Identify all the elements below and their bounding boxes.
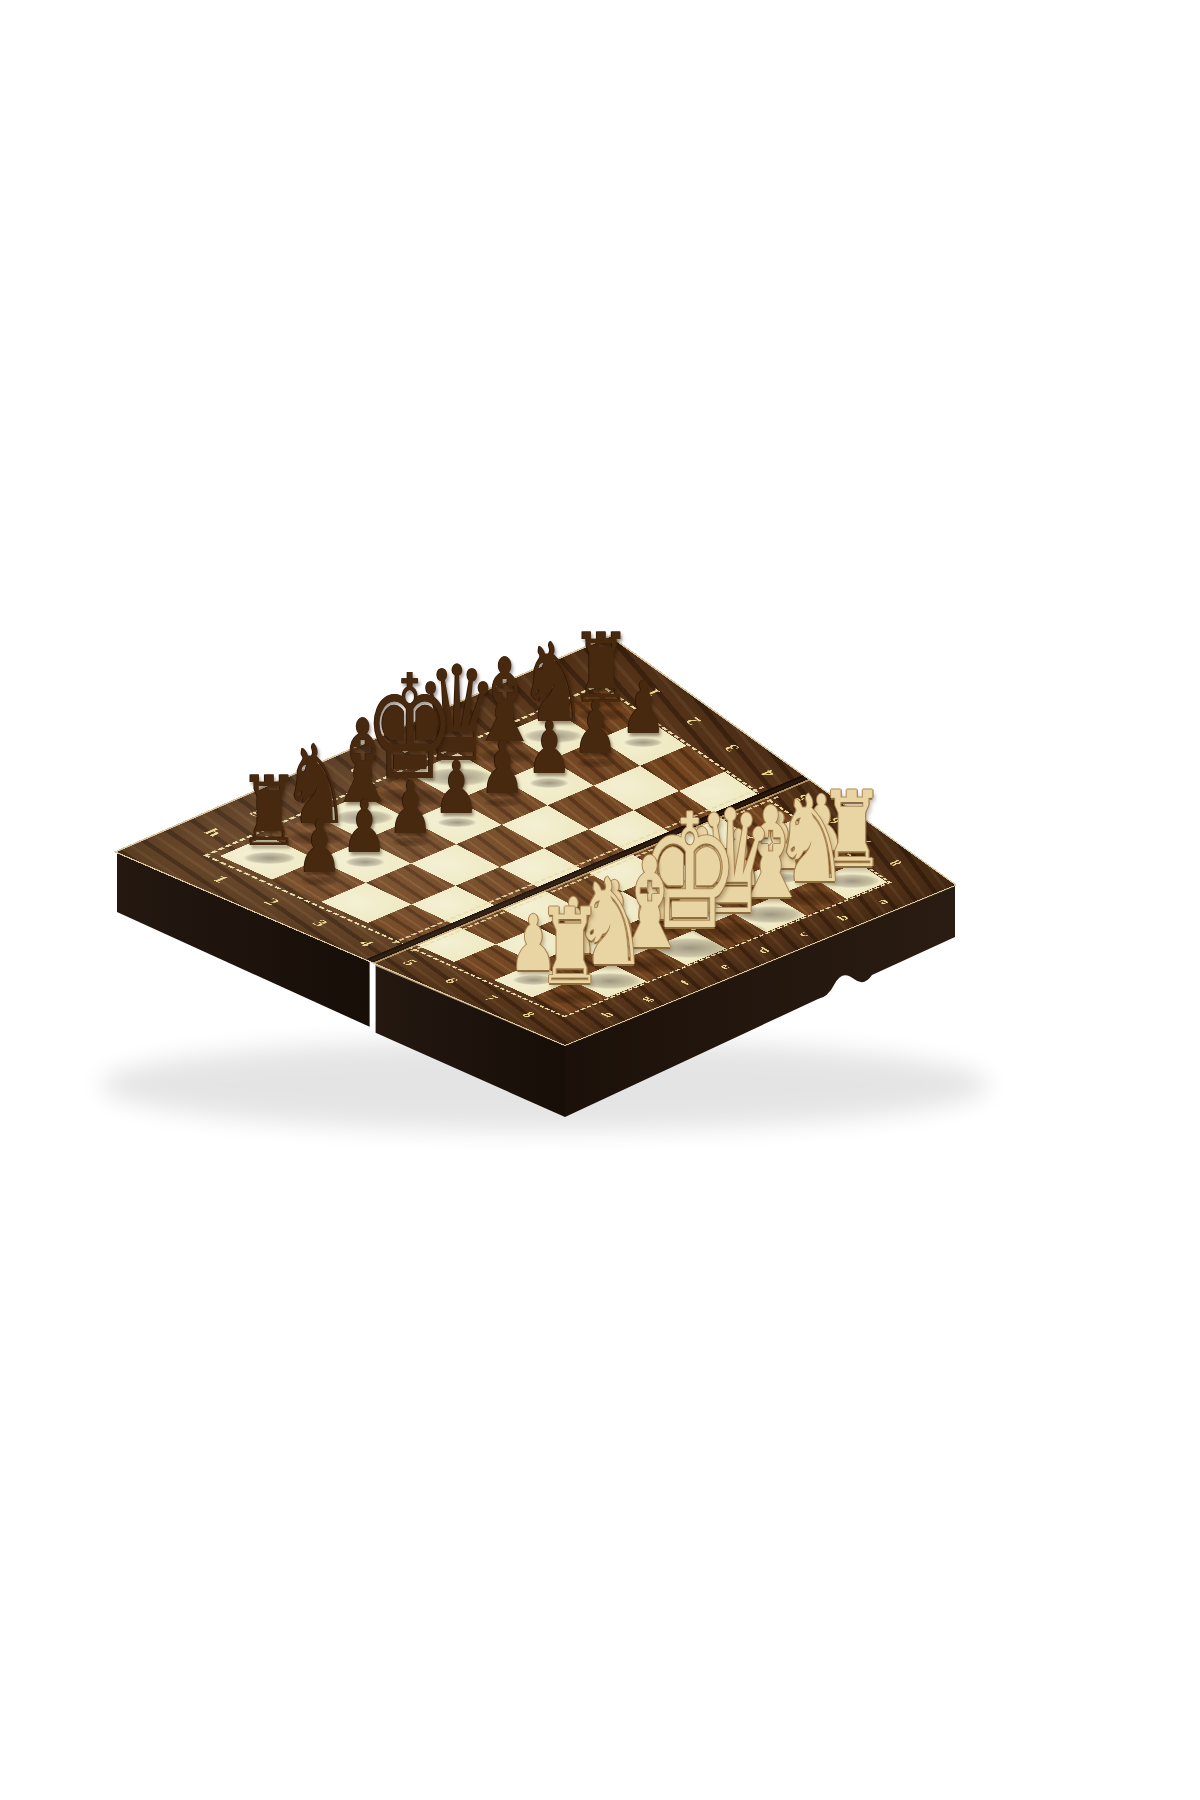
piece-contact-shadow: [802, 856, 842, 866]
piece-contact-shadow: [392, 837, 430, 846]
file-label-near-g: g: [628, 990, 664, 1006]
piece-contact-shadow: [636, 925, 676, 935]
rank-label-right-1: 1: [630, 680, 675, 705]
rank-label-left-2: 2: [248, 891, 295, 912]
file-label-near-a: a: [865, 892, 899, 910]
piece-contact-shadow: [543, 991, 598, 1005]
file-label-far-d: d: [382, 736, 431, 761]
piece-contact-shadow: [595, 942, 635, 952]
piece-contact-shadow: [475, 749, 535, 764]
file-label-near-h: h: [589, 1006, 625, 1022]
piece-contact-shadow: [372, 788, 447, 807]
rank-label-right-2: 2: [671, 709, 714, 733]
piece-contact-shadow: [554, 959, 594, 969]
file-label-near-e: e: [706, 958, 741, 975]
rank-label-right-6: 6: [816, 810, 853, 830]
file-label-near-b: b: [825, 909, 860, 926]
piece-contact-shadow: [579, 973, 641, 989]
file-label-far-b: b: [481, 693, 529, 719]
piece-contact-shadow: [677, 908, 717, 918]
piece-contact-shadow: [577, 758, 615, 767]
rank-label-right-3: 3: [710, 737, 752, 760]
piece-contact-shadow: [738, 906, 804, 922]
piece-contact-shadow: [617, 956, 683, 972]
rank-label-right-5: 5: [782, 787, 821, 808]
piece-contact-shadow: [825, 874, 880, 888]
rank-label-left-1: 1: [196, 868, 245, 890]
piece-contact-shadow: [438, 818, 476, 827]
rank-label-left-7: 7: [471, 989, 510, 1006]
file-label-far-f: f: [284, 779, 334, 803]
file-label-far-h: h: [188, 821, 239, 844]
piece-contact-shadow: [346, 857, 384, 866]
piece-contact-shadow: [287, 831, 344, 845]
piece-contact-shadow: [423, 768, 492, 785]
rank-label-left-5: 5: [389, 953, 431, 971]
file-label-near-c: c: [785, 925, 820, 942]
rank-label-left-4: 4: [345, 934, 389, 953]
rank-label-left-6: 6: [431, 972, 472, 989]
piece-contact-shadow: [301, 876, 339, 885]
rank-label-right-8: 8: [878, 854, 913, 873]
piece-contact-shadow: [780, 890, 842, 906]
piece-contact-shadow: [576, 709, 626, 722]
piece-contact-shadow: [760, 873, 800, 883]
rank-label-right-7: 7: [847, 833, 883, 852]
file-label-near-d: d: [746, 942, 781, 959]
piece-contact-shadow: [524, 729, 581, 743]
file-label-far-c: c: [431, 714, 480, 739]
file-label-near-f: f: [667, 974, 703, 990]
file-label-far-e: e: [333, 757, 383, 781]
rank-label-left-3: 3: [298, 913, 344, 933]
piece-contact-shadow: [530, 778, 568, 787]
piece-contact-shadow: [649, 938, 731, 959]
file-label-far-g: g: [236, 800, 287, 823]
product-photo: 1122334455667788aabbccddeeffgghh ♜♞♟♝♟♛♟…: [0, 0, 1200, 1800]
piece-contact-shadow: [244, 852, 294, 865]
rank-label-right-4: 4: [747, 763, 787, 785]
file-label-far-a: a: [531, 671, 579, 697]
rank-label-left-8: 8: [510, 1006, 548, 1022]
